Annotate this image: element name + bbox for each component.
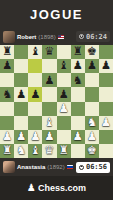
square-a1[interactable]: ♜ xyxy=(0,144,14,158)
square-g3[interactable]: ♞ xyxy=(85,116,99,130)
chesscom-pawn-icon[interactable]: ♟ xyxy=(27,183,36,193)
square-f1[interactable] xyxy=(71,144,85,158)
piece-black-pawn: ♟ xyxy=(73,60,83,72)
piece-white-pawn: ♟ xyxy=(2,131,12,143)
square-g8[interactable]: ♚ xyxy=(85,45,99,59)
square-f6[interactable]: ♞ xyxy=(71,73,85,87)
header: JOGUE xyxy=(0,0,113,28)
square-d1[interactable]: ♛ xyxy=(42,144,56,158)
square-d2[interactable]: ♟ xyxy=(42,130,56,144)
piece-white-pawn: ♟ xyxy=(58,103,68,115)
piece-black-pawn: ♟ xyxy=(44,75,54,87)
square-e7[interactable]: ♝ xyxy=(57,59,71,73)
piece-white-knight: ♞ xyxy=(16,145,26,157)
piece-black-bishop: ♝ xyxy=(30,46,40,58)
piece-white-pawn: ♟ xyxy=(16,131,26,143)
square-a5[interactable]: ♞ xyxy=(0,87,14,101)
square-b6[interactable] xyxy=(14,73,28,87)
square-f4[interactable] xyxy=(71,102,85,116)
piece-black-pawn: ♟ xyxy=(16,89,26,101)
square-g6[interactable] xyxy=(85,73,99,87)
piece-white-pawn: ♟ xyxy=(44,131,54,143)
piece-black-knight: ♞ xyxy=(73,75,83,87)
ru-flag-icon xyxy=(67,165,73,169)
square-e5[interactable]: ♟ xyxy=(57,87,71,101)
square-h6[interactable] xyxy=(99,73,113,87)
square-e2[interactable] xyxy=(57,130,71,144)
square-e1[interactable]: ♜ xyxy=(57,144,71,158)
piece-black-pawn: ♟ xyxy=(30,89,40,101)
square-a6[interactable] xyxy=(0,73,14,87)
opponent-row: Robert (1898) 06:24 xyxy=(0,28,113,45)
avatar xyxy=(3,161,15,173)
chesscom-logo[interactable]: Chess.com xyxy=(38,183,86,193)
piece-white-pawn: ♟ xyxy=(30,131,40,143)
square-d8[interactable]: ♛ xyxy=(42,45,56,59)
square-a2[interactable]: ♟ xyxy=(0,130,14,144)
square-h4[interactable] xyxy=(99,102,113,116)
chess-board: ♜♝♛♜♚♟♝♟♟♟♟♞♞♟♟♟♟♝♞♟♟♟♟♟♟♟♜♞♝♛♜♚ xyxy=(0,45,113,158)
footer-bar: ♟ Chess.com xyxy=(0,176,113,200)
square-g5[interactable] xyxy=(85,87,99,101)
square-h1[interactable] xyxy=(99,144,113,158)
clock-icon xyxy=(79,34,84,39)
square-b2[interactable]: ♟ xyxy=(14,130,28,144)
square-a8[interactable]: ♜ xyxy=(0,45,14,59)
square-g2[interactable]: ♟ xyxy=(85,130,99,144)
piece-black-pawn: ♟ xyxy=(101,60,111,72)
square-b7[interactable] xyxy=(14,59,28,73)
clock-icon xyxy=(79,165,84,170)
square-f5[interactable] xyxy=(71,87,85,101)
square-b3[interactable] xyxy=(14,116,28,130)
square-b5[interactable]: ♟ xyxy=(14,87,28,101)
square-d5[interactable] xyxy=(42,87,56,101)
square-e3[interactable] xyxy=(57,116,71,130)
square-g1[interactable]: ♚ xyxy=(85,144,99,158)
piece-black-queen: ♛ xyxy=(44,46,54,58)
square-c2[interactable]: ♟ xyxy=(28,130,42,144)
square-c5[interactable]: ♟ xyxy=(28,87,42,101)
piece-white-knight: ♞ xyxy=(87,117,97,129)
player-clock: 06:56 xyxy=(76,162,110,173)
square-a4[interactable] xyxy=(0,102,14,116)
square-h3[interactable]: ♟ xyxy=(99,116,113,130)
page-title: JOGUE xyxy=(30,7,83,22)
square-e6[interactable] xyxy=(57,73,71,87)
square-h8[interactable] xyxy=(99,45,113,59)
square-g4[interactable] xyxy=(85,102,99,116)
square-d6[interactable]: ♟ xyxy=(42,73,56,87)
square-b1[interactable]: ♞ xyxy=(14,144,28,158)
us-flag-icon xyxy=(58,35,64,39)
app-screen: JOGUE Robert (1898) 06:24 ♜♝♛♜♚♟♝♟♟♟♟♞♞♟… xyxy=(0,0,113,200)
piece-white-pawn: ♟ xyxy=(73,131,83,143)
square-g7[interactable]: ♟ xyxy=(85,59,99,73)
player-name: Anastasia xyxy=(17,164,45,170)
square-b4[interactable] xyxy=(14,102,28,116)
square-d3[interactable]: ♝ xyxy=(42,116,56,130)
clock-time: 06:24 xyxy=(86,33,107,41)
piece-black-bishop: ♝ xyxy=(58,60,68,72)
square-e8[interactable] xyxy=(57,45,71,59)
player-row: Anastasia (1892) 06:56 xyxy=(0,158,113,176)
avatar xyxy=(3,31,15,43)
square-d4[interactable] xyxy=(42,102,56,116)
piece-black-pawn: ♟ xyxy=(87,60,97,72)
square-h7[interactable]: ♟ xyxy=(99,59,113,73)
square-f3[interactable] xyxy=(71,116,85,130)
player-rating: (1892) xyxy=(47,164,64,170)
piece-black-rook: ♜ xyxy=(73,46,83,58)
square-c6[interactable] xyxy=(28,73,42,87)
square-c3[interactable] xyxy=(28,116,42,130)
piece-white-bishop: ♝ xyxy=(44,117,54,129)
player-rating: (1898) xyxy=(38,34,55,40)
square-h2[interactable] xyxy=(99,130,113,144)
square-e4[interactable]: ♟ xyxy=(57,102,71,116)
square-a3[interactable] xyxy=(0,116,14,130)
clock-time: 06:56 xyxy=(86,163,107,171)
opponent-clock: 06:24 xyxy=(76,31,110,42)
piece-black-knight: ♞ xyxy=(2,89,12,101)
square-f8[interactable]: ♜ xyxy=(71,45,85,59)
square-b8[interactable] xyxy=(14,45,28,59)
square-c8[interactable]: ♝ xyxy=(28,45,42,59)
player-name: Robert xyxy=(17,34,36,40)
square-c7[interactable] xyxy=(28,59,42,73)
square-c4[interactable] xyxy=(28,102,42,116)
piece-black-king: ♚ xyxy=(87,46,97,58)
piece-white-rook: ♜ xyxy=(58,145,68,157)
piece-white-king: ♚ xyxy=(87,145,97,157)
piece-black-pawn: ♟ xyxy=(58,89,68,101)
piece-black-pawn: ♟ xyxy=(2,60,12,72)
square-d7[interactable] xyxy=(42,59,56,73)
piece-white-pawn: ♟ xyxy=(101,117,111,129)
square-a7[interactable]: ♟ xyxy=(0,59,14,73)
piece-white-pawn: ♟ xyxy=(87,131,97,143)
piece-white-queen: ♛ xyxy=(44,145,54,157)
square-c1[interactable]: ♝ xyxy=(28,144,42,158)
piece-white-rook: ♜ xyxy=(2,145,12,157)
square-f7[interactable]: ♟ xyxy=(71,59,85,73)
square-h5[interactable] xyxy=(99,87,113,101)
piece-white-bishop: ♝ xyxy=(30,145,40,157)
square-f2[interactable]: ♟ xyxy=(71,130,85,144)
piece-black-rook: ♜ xyxy=(2,46,12,58)
